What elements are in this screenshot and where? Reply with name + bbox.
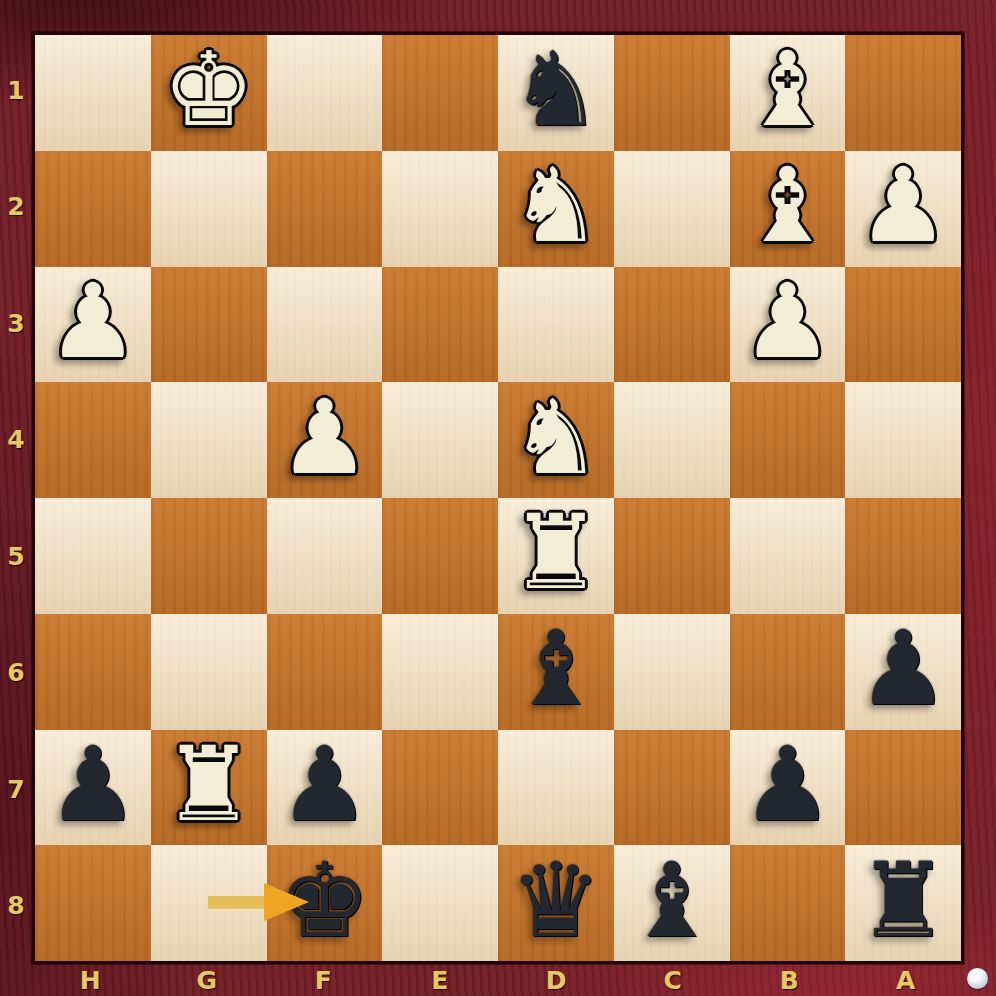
piece-white-pawn[interactable]: ♟ [857, 154, 949, 257]
square-d3[interactable] [498, 267, 614, 383]
square-g1[interactable]: ♚ [151, 35, 267, 151]
square-a8[interactable]: ♜ [845, 845, 961, 961]
move-arrow-shaft [208, 896, 266, 909]
square-c3[interactable] [614, 267, 730, 383]
piece-black-pawn[interactable]: ♟ [857, 617, 949, 720]
square-b4[interactable] [730, 382, 846, 498]
file-label-g: G [196, 966, 217, 995]
chess-board: ♚♞♝♞♝♟♟♟♟♞♜♝♟♟♜♟♟♚♛♝♜ [32, 32, 964, 964]
square-f4[interactable]: ♟ [267, 382, 383, 498]
square-b7[interactable]: ♟ [730, 730, 846, 846]
square-g6[interactable] [151, 614, 267, 730]
rank-label-4: 4 [7, 425, 24, 454]
square-d1[interactable]: ♞ [498, 35, 614, 151]
file-label-d: D [546, 966, 567, 995]
rank-label-5: 5 [7, 542, 24, 571]
square-h5[interactable] [35, 498, 151, 614]
file-labels: HGFEDCBA [32, 964, 964, 996]
piece-white-rook[interactable]: ♜ [510, 501, 602, 604]
file-label-f: F [315, 966, 332, 995]
rank-label-1: 1 [7, 76, 24, 105]
piece-black-pawn[interactable]: ♟ [278, 733, 370, 836]
piece-white-rook[interactable]: ♜ [162, 733, 254, 836]
square-d7[interactable] [498, 730, 614, 846]
square-e6[interactable] [382, 614, 498, 730]
piece-white-pawn[interactable]: ♟ [278, 386, 370, 489]
square-h2[interactable] [35, 151, 151, 267]
square-a5[interactable] [845, 498, 961, 614]
square-c2[interactable] [614, 151, 730, 267]
square-h6[interactable] [35, 614, 151, 730]
square-f6[interactable] [267, 614, 383, 730]
piece-white-pawn[interactable]: ♟ [47, 270, 139, 373]
square-h8[interactable] [35, 845, 151, 961]
square-g7[interactable]: ♜ [151, 730, 267, 846]
square-a3[interactable] [845, 267, 961, 383]
square-c5[interactable] [614, 498, 730, 614]
piece-black-bishop[interactable]: ♝ [510, 617, 602, 720]
square-b5[interactable] [730, 498, 846, 614]
piece-black-knight[interactable]: ♞ [510, 38, 602, 141]
rank-label-2: 2 [7, 192, 24, 221]
piece-black-pawn[interactable]: ♟ [47, 733, 139, 836]
square-b3[interactable]: ♟ [730, 267, 846, 383]
square-e5[interactable] [382, 498, 498, 614]
square-d8[interactable]: ♛ [498, 845, 614, 961]
square-e2[interactable] [382, 151, 498, 267]
square-e8[interactable] [382, 845, 498, 961]
square-f1[interactable] [267, 35, 383, 151]
square-a6[interactable]: ♟ [845, 614, 961, 730]
square-b2[interactable]: ♝ [730, 151, 846, 267]
square-d4[interactable]: ♞ [498, 382, 614, 498]
square-e3[interactable] [382, 267, 498, 383]
square-d6[interactable]: ♝ [498, 614, 614, 730]
square-a4[interactable] [845, 382, 961, 498]
file-label-c: C [664, 966, 682, 995]
piece-white-bishop[interactable]: ♝ [741, 38, 833, 141]
square-c8[interactable]: ♝ [614, 845, 730, 961]
square-h1[interactable] [35, 35, 151, 151]
square-g5[interactable] [151, 498, 267, 614]
square-b1[interactable]: ♝ [730, 35, 846, 151]
square-d5[interactable]: ♜ [498, 498, 614, 614]
rank-label-3: 3 [7, 309, 24, 338]
piece-black-queen[interactable]: ♛ [510, 849, 602, 952]
square-b8[interactable] [730, 845, 846, 961]
file-label-a: A [896, 966, 915, 995]
square-g4[interactable] [151, 382, 267, 498]
white-to-move-indicator-dot [967, 968, 988, 989]
square-f2[interactable] [267, 151, 383, 267]
square-c7[interactable] [614, 730, 730, 846]
square-f7[interactable]: ♟ [267, 730, 383, 846]
square-f5[interactable] [267, 498, 383, 614]
square-a7[interactable] [845, 730, 961, 846]
square-g2[interactable] [151, 151, 267, 267]
piece-white-bishop[interactable]: ♝ [741, 154, 833, 257]
square-h3[interactable]: ♟ [35, 267, 151, 383]
file-label-h: H [80, 966, 101, 995]
square-e7[interactable] [382, 730, 498, 846]
piece-white-knight[interactable]: ♞ [510, 154, 602, 257]
square-c1[interactable] [614, 35, 730, 151]
square-c6[interactable] [614, 614, 730, 730]
square-g3[interactable] [151, 267, 267, 383]
square-h4[interactable] [35, 382, 151, 498]
square-d2[interactable]: ♞ [498, 151, 614, 267]
square-c4[interactable] [614, 382, 730, 498]
square-e1[interactable] [382, 35, 498, 151]
square-a1[interactable] [845, 35, 961, 151]
file-label-b: B [780, 966, 799, 995]
square-b6[interactable] [730, 614, 846, 730]
square-e4[interactable] [382, 382, 498, 498]
move-arrow-head [264, 883, 309, 921]
piece-black-pawn[interactable]: ♟ [741, 733, 833, 836]
rank-label-7: 7 [7, 775, 24, 804]
piece-black-bishop[interactable]: ♝ [625, 849, 717, 952]
file-label-e: E [431, 966, 448, 995]
square-f3[interactable] [267, 267, 383, 383]
rank-labels: 12345678 [0, 32, 32, 964]
piece-black-rook[interactable]: ♜ [857, 849, 949, 952]
piece-white-pawn[interactable]: ♟ [741, 270, 833, 373]
rank-label-8: 8 [7, 891, 24, 920]
square-h7[interactable]: ♟ [35, 730, 151, 846]
piece-white-king[interactable]: ♚ [162, 38, 254, 141]
square-a2[interactable]: ♟ [845, 151, 961, 267]
rank-label-6: 6 [7, 658, 24, 687]
piece-white-knight[interactable]: ♞ [510, 386, 602, 489]
